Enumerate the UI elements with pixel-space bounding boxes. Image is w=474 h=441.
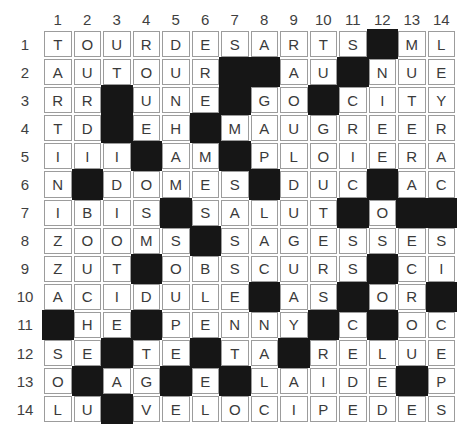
black-cell-r5c4	[133, 143, 161, 169]
letter-cell-r3c4[interactable]: U	[133, 87, 161, 113]
black-cell-r2c8	[251, 59, 279, 85]
letter-cell-r14c11[interactable]: E	[339, 396, 367, 422]
letter-cell-r9c5[interactable]: O	[162, 256, 190, 282]
letter-cell-r6c1[interactable]: N	[44, 171, 72, 197]
crossword-board: 1234567891011121314 1234567891011121314 …	[6, 5, 455, 422]
letter-cell-r10c3[interactable]: I	[103, 284, 131, 310]
row-label-3: 3	[21, 93, 29, 108]
black-cell-r12c9	[280, 340, 308, 366]
letter-cell-r5c10[interactable]: O	[310, 143, 338, 169]
letter-cell-r4c7[interactable]: M	[221, 115, 249, 141]
black-cell-r2c7	[221, 59, 249, 85]
letter-cell-r7c1[interactable]: I	[44, 200, 72, 226]
letter-cell-r9c1[interactable]: Z	[44, 256, 72, 282]
row-label-9: 9	[21, 261, 29, 276]
col-label-7: 7	[231, 12, 239, 27]
black-cell-r13c13	[398, 368, 426, 394]
letter-cell-r7c7[interactable]: A	[221, 200, 249, 226]
letter-cell-r4c12[interactable]: E	[369, 115, 397, 141]
letter-cell-r13c1[interactable]: O	[44, 368, 72, 394]
black-cell-r7c14	[428, 200, 456, 226]
letter-cell-r1c6[interactable]: E	[192, 31, 220, 57]
letter-cell-r1c14[interactable]: L	[428, 31, 456, 57]
letter-cell-r10c12[interactable]: O	[369, 284, 397, 310]
letter-cell-r6c4[interactable]: O	[133, 171, 161, 197]
letter-cell-r6c5[interactable]: M	[162, 171, 190, 197]
letter-cell-r8c2[interactable]: O	[74, 228, 102, 254]
letter-cell-r1c10[interactable]: T	[310, 31, 338, 57]
letter-cell-r6c10[interactable]: U	[310, 171, 338, 197]
letter-cell-r3c11[interactable]: C	[339, 87, 367, 113]
letter-cell-r14c4[interactable]: V	[133, 396, 161, 422]
letter-cell-r9c8[interactable]: C	[251, 256, 279, 282]
letter-cell-r3c6[interactable]: E	[192, 87, 220, 113]
letter-cell-r2c1[interactable]: A	[44, 59, 72, 85]
letter-cell-r4c5[interactable]: H	[162, 115, 190, 141]
letter-cell-r8c9[interactable]: G	[280, 228, 308, 254]
letter-cell-r4c1[interactable]: T	[44, 115, 72, 141]
letter-cell-r8c12[interactable]: S	[369, 228, 397, 254]
black-cell-r11c12	[369, 312, 397, 338]
letter-cell-r6c13[interactable]: A	[398, 171, 426, 197]
letter-cell-r11c6[interactable]: E	[192, 312, 220, 338]
letter-cell-r1c13[interactable]: M	[398, 31, 426, 57]
col-label-3: 3	[113, 12, 121, 27]
letter-cell-r14c5[interactable]: E	[162, 396, 190, 422]
letter-cell-r14c13[interactable]: E	[398, 396, 426, 422]
letter-cell-r7c10[interactable]: T	[310, 200, 338, 226]
black-cell-r7c5	[162, 200, 190, 226]
letter-cell-r5c8[interactable]: P	[251, 143, 279, 169]
black-cell-r5c7	[221, 143, 249, 169]
letter-cell-r11c2[interactable]: H	[74, 312, 102, 338]
row-label-12: 12	[17, 346, 34, 361]
letter-cell-r2c5[interactable]: U	[162, 59, 190, 85]
black-cell-r10c11	[339, 284, 367, 310]
letter-cell-r14c1[interactable]: L	[44, 396, 72, 422]
col-label-11: 11	[345, 12, 361, 27]
row-label-1: 1	[21, 37, 29, 52]
letter-cell-r13c14[interactable]: P	[428, 368, 456, 394]
letter-cell-r1c5[interactable]: D	[162, 31, 190, 57]
letter-cell-r6c3[interactable]: D	[103, 171, 131, 197]
black-cell-r6c8	[251, 171, 279, 197]
crossword-grid: TOURDESARTSMLAUTOURAUNUERRUNEGOCITYTDEHM…	[44, 31, 455, 422]
letter-cell-r5c12[interactable]: E	[369, 143, 397, 169]
letter-cell-r7c4[interactable]: S	[133, 200, 161, 226]
letter-cell-r11c7[interactable]: N	[221, 312, 249, 338]
letter-cell-r3c5[interactable]: N	[162, 87, 190, 113]
letter-cell-r14c9[interactable]: I	[280, 396, 308, 422]
letter-cell-r12c1[interactable]: S	[44, 340, 72, 366]
letter-cell-r8c11[interactable]: S	[339, 228, 367, 254]
letter-cell-r7c9[interactable]: U	[280, 200, 308, 226]
letter-cell-r9c9[interactable]: U	[280, 256, 308, 282]
letter-cell-r2c6[interactable]: R	[192, 59, 220, 85]
col-label-13: 13	[403, 12, 420, 27]
col-label-2: 2	[83, 12, 91, 27]
letter-cell-r5c5[interactable]: A	[162, 143, 190, 169]
letter-cell-r5c2[interactable]: I	[74, 143, 102, 169]
letter-cell-r1c2[interactable]: O	[74, 31, 102, 57]
letter-cell-r6c6[interactable]: E	[192, 171, 220, 197]
letter-cell-r8c3[interactable]: O	[103, 228, 131, 254]
letter-cell-r10c1[interactable]: A	[44, 284, 72, 310]
letter-cell-r4c8[interactable]: A	[251, 115, 279, 141]
letter-cell-r2c4[interactable]: O	[133, 59, 161, 85]
letter-cell-r8c10[interactable]: E	[310, 228, 338, 254]
letter-cell-r11c5[interactable]: P	[162, 312, 190, 338]
black-cell-r1c12	[369, 31, 397, 57]
letter-cell-r14c14[interactable]: S	[428, 396, 456, 422]
letter-cell-r11c3[interactable]: E	[103, 312, 131, 338]
letter-cell-r12c4[interactable]: T	[133, 340, 161, 366]
letter-cell-r12c2[interactable]: E	[74, 340, 102, 366]
letter-cell-r10c9[interactable]: A	[280, 284, 308, 310]
letter-cell-r3c8[interactable]: G	[251, 87, 279, 113]
letter-cell-r13c9[interactable]: A	[280, 368, 308, 394]
black-cell-r10c8	[251, 284, 279, 310]
letter-cell-r3c2[interactable]: R	[74, 87, 102, 113]
letter-cell-r10c5[interactable]: U	[162, 284, 190, 310]
col-label-12: 12	[374, 12, 391, 27]
letter-cell-r13c8[interactable]: L	[251, 368, 279, 394]
letter-cell-r10c13[interactable]: R	[398, 284, 426, 310]
letter-cell-r10c2[interactable]: C	[74, 284, 102, 310]
letter-cell-r8c5[interactable]: S	[162, 228, 190, 254]
letter-cell-r2c13[interactable]: U	[398, 59, 426, 85]
letter-cell-r5c6[interactable]: M	[192, 143, 220, 169]
letter-cell-r2c14[interactable]: E	[428, 59, 456, 85]
black-cell-r11c10	[310, 312, 338, 338]
row-label-2: 2	[21, 65, 29, 80]
letter-cell-r7c8[interactable]: L	[251, 200, 279, 226]
letter-cell-r4c9[interactable]: U	[280, 115, 308, 141]
black-cell-r6c2	[74, 171, 102, 197]
letter-cell-r14c12[interactable]: D	[369, 396, 397, 422]
row-label-11: 11	[17, 317, 33, 332]
black-cell-r7c13	[398, 200, 426, 226]
letter-cell-r2c12[interactable]: N	[369, 59, 397, 85]
letter-cell-r11c9[interactable]: Y	[280, 312, 308, 338]
letter-cell-r9c13[interactable]: C	[398, 256, 426, 282]
letter-cell-r1c3[interactable]: U	[103, 31, 131, 57]
letter-cell-r3c13[interactable]: T	[398, 87, 426, 113]
letter-cell-r13c11[interactable]: D	[339, 368, 367, 394]
letter-cell-r7c12[interactable]: O	[369, 200, 397, 226]
letter-cell-r7c3[interactable]: I	[103, 200, 131, 226]
letter-cell-r13c3[interactable]: A	[103, 368, 131, 394]
row-labels: 1234567891011121314	[6, 31, 44, 422]
letter-cell-r1c8[interactable]: A	[251, 31, 279, 57]
row-label-10: 10	[17, 289, 34, 304]
black-cell-r13c7	[221, 368, 249, 394]
letter-cell-r12c8[interactable]: A	[251, 340, 279, 366]
letter-cell-r12c14[interactable]: E	[428, 340, 456, 366]
black-cell-r7c11	[339, 200, 367, 226]
letter-cell-r10c4[interactable]: D	[133, 284, 161, 310]
letter-cell-r4c10[interactable]: G	[310, 115, 338, 141]
letter-cell-r11c14[interactable]: C	[428, 312, 456, 338]
letter-cell-r7c2[interactable]: B	[74, 200, 102, 226]
black-cell-r6c12	[369, 171, 397, 197]
letter-cell-r11c8[interactable]: N	[251, 312, 279, 338]
letter-cell-r9c7[interactable]: S	[221, 256, 249, 282]
letter-cell-r14c8[interactable]: C	[251, 396, 279, 422]
letter-cell-r3c9[interactable]: O	[280, 87, 308, 113]
black-cell-r8c6	[192, 228, 220, 254]
black-cell-r3c7	[221, 87, 249, 113]
letter-cell-r8c4[interactable]: M	[133, 228, 161, 254]
row-label-13: 13	[17, 374, 34, 389]
black-cell-r10c14	[428, 284, 456, 310]
black-cell-r12c6	[192, 340, 220, 366]
letter-cell-r5c9[interactable]: L	[280, 143, 308, 169]
col-label-5: 5	[172, 12, 180, 27]
letter-cell-r13c12[interactable]: E	[369, 368, 397, 394]
letter-cell-r8c8[interactable]: A	[251, 228, 279, 254]
letter-cell-r3c14[interactable]: Y	[428, 87, 456, 113]
black-cell-r9c12	[369, 256, 397, 282]
letter-cell-r7c6[interactable]: S	[192, 200, 220, 226]
column-labels: 1234567891011121314	[44, 5, 455, 31]
letter-cell-r14c2[interactable]: U	[74, 396, 102, 422]
letter-cell-r1c7[interactable]: S	[221, 31, 249, 57]
letter-cell-r8c1[interactable]: Z	[44, 228, 72, 254]
black-cell-r11c1	[44, 312, 72, 338]
black-cell-r12c3	[103, 340, 131, 366]
letter-cell-r5c14[interactable]: A	[428, 143, 456, 169]
black-cell-r3c3	[103, 87, 131, 113]
letter-cell-r12c13[interactable]: U	[398, 340, 426, 366]
row-label-5: 5	[21, 149, 29, 164]
letter-cell-r9c10[interactable]: R	[310, 256, 338, 282]
letter-cell-r9c6[interactable]: B	[192, 256, 220, 282]
col-label-9: 9	[290, 12, 298, 27]
letter-cell-r6c11[interactable]: C	[339, 171, 367, 197]
letter-cell-r12c10[interactable]: R	[310, 340, 338, 366]
col-label-1: 1	[54, 12, 62, 27]
letter-cell-r8c13[interactable]: E	[398, 228, 426, 254]
col-label-14: 14	[433, 12, 450, 27]
letter-cell-r6c14[interactable]: C	[428, 171, 456, 197]
letter-cell-r5c13[interactable]: R	[398, 143, 426, 169]
letter-cell-r12c7[interactable]: T	[221, 340, 249, 366]
letter-cell-r12c5[interactable]: E	[162, 340, 190, 366]
row-label-7: 7	[21, 205, 29, 220]
black-cell-r2c11	[339, 59, 367, 85]
letter-cell-r8c14[interactable]: S	[428, 228, 456, 254]
letter-cell-r13c10[interactable]: I	[310, 368, 338, 394]
letter-cell-r5c3[interactable]: I	[103, 143, 131, 169]
black-cell-r14c3	[103, 396, 131, 422]
letter-cell-r10c10[interactable]: S	[310, 284, 338, 310]
letter-cell-r4c2[interactable]: D	[74, 115, 102, 141]
letter-cell-r2c2[interactable]: U	[74, 59, 102, 85]
letter-cell-r4c4[interactable]: E	[133, 115, 161, 141]
letter-cell-r4c11[interactable]: R	[339, 115, 367, 141]
letter-cell-r10c7[interactable]: E	[221, 284, 249, 310]
row-label-14: 14	[17, 402, 34, 417]
letter-cell-r8c7[interactable]: S	[221, 228, 249, 254]
col-label-10: 10	[315, 12, 332, 27]
letter-cell-r9c11[interactable]: S	[339, 256, 367, 282]
col-label-4: 4	[142, 12, 150, 27]
letter-cell-r5c1[interactable]: I	[44, 143, 72, 169]
row-label-6: 6	[21, 177, 29, 192]
corner-spacer	[6, 5, 44, 31]
row-label-8: 8	[21, 233, 29, 248]
col-label-6: 6	[201, 12, 209, 27]
letter-cell-r12c12[interactable]: L	[369, 340, 397, 366]
col-label-8: 8	[260, 12, 268, 27]
letter-cell-r1c9[interactable]: R	[280, 31, 308, 57]
black-cell-r3c10	[310, 87, 338, 113]
black-cell-r11c4	[133, 312, 161, 338]
letter-cell-r3c1[interactable]: R	[44, 87, 72, 113]
letter-cell-r14c7[interactable]: O	[221, 396, 249, 422]
letter-cell-r14c6[interactable]: L	[192, 396, 220, 422]
letter-cell-r2c3[interactable]: T	[103, 59, 131, 85]
row-label-4: 4	[21, 121, 29, 136]
letter-cell-r6c9[interactable]: D	[280, 171, 308, 197]
letter-cell-r13c4[interactable]: G	[133, 368, 161, 394]
black-cell-r4c3	[103, 115, 131, 141]
letter-cell-r11c11[interactable]: C	[339, 312, 367, 338]
black-cell-r13c2	[74, 368, 102, 394]
letter-cell-r10c6[interactable]: L	[192, 284, 220, 310]
letter-cell-r2c10[interactable]: U	[310, 59, 338, 85]
black-cell-r13c5	[162, 368, 190, 394]
black-cell-r9c4	[133, 256, 161, 282]
letter-cell-r1c1[interactable]: T	[44, 31, 72, 57]
letter-cell-r11c13[interactable]: O	[398, 312, 426, 338]
letter-cell-r14c10[interactable]: P	[310, 396, 338, 422]
black-cell-r4c6	[192, 115, 220, 141]
letter-cell-r9c3[interactable]: T	[103, 256, 131, 282]
letter-cell-r4c13[interactable]: E	[398, 115, 426, 141]
letter-cell-r1c11[interactable]: S	[339, 31, 367, 57]
letter-cell-r6c7[interactable]: S	[221, 171, 249, 197]
letter-cell-r9c2[interactable]: U	[74, 256, 102, 282]
letter-cell-r13c6[interactable]: E	[192, 368, 220, 394]
letter-cell-r9c14[interactable]: I	[428, 256, 456, 282]
letter-cell-r1c4[interactable]: R	[133, 31, 161, 57]
letter-cell-r3c12[interactable]: I	[369, 87, 397, 113]
letter-cell-r5c11[interactable]: I	[339, 143, 367, 169]
letter-cell-r12c11[interactable]: E	[339, 340, 367, 366]
letter-cell-r2c9[interactable]: A	[280, 59, 308, 85]
letter-cell-r4c14[interactable]: R	[428, 115, 456, 141]
